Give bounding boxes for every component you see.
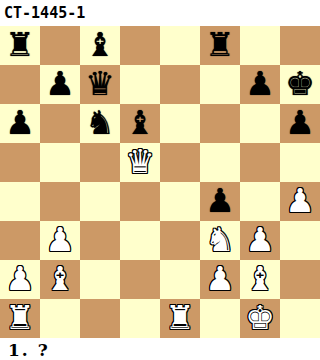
piece-white-pawn: ♟: [40, 221, 80, 260]
piece-white-pawn: ♟: [240, 221, 280, 260]
square-c8[interactable]: ♝: [80, 26, 120, 65]
piece-white-bishop: ♝: [40, 260, 80, 299]
square-h5[interactable]: [280, 143, 320, 182]
square-d1[interactable]: [120, 299, 160, 338]
square-b7[interactable]: ♟: [40, 65, 80, 104]
piece-black-queen: ♛: [80, 65, 120, 104]
square-g8[interactable]: [240, 26, 280, 65]
square-h7[interactable]: ♚: [280, 65, 320, 104]
square-b6[interactable]: [40, 104, 80, 143]
square-g1[interactable]: ♚: [240, 299, 280, 338]
square-h1[interactable]: [280, 299, 320, 338]
square-a1[interactable]: ♜: [0, 299, 40, 338]
square-e4[interactable]: [160, 182, 200, 221]
square-d4[interactable]: [120, 182, 160, 221]
piece-white-rook: ♜: [160, 299, 200, 338]
piece-white-knight: ♞: [200, 221, 240, 260]
square-g6[interactable]: [240, 104, 280, 143]
chess-board: ♜♝♜♟♛♟♚♟♞♝♟♛♟♟♟♞♟♟♝♟♝♜♜♚: [0, 26, 320, 338]
square-g5[interactable]: [240, 143, 280, 182]
square-d5[interactable]: ♛: [120, 143, 160, 182]
square-f3[interactable]: ♞: [200, 221, 240, 260]
square-g4[interactable]: [240, 182, 280, 221]
move-prompt: 1. ?: [0, 338, 320, 360]
square-h8[interactable]: [280, 26, 320, 65]
square-f4[interactable]: ♟: [200, 182, 240, 221]
puzzle-id-title: CT-1445-1: [0, 0, 320, 26]
square-f1[interactable]: [200, 299, 240, 338]
square-e2[interactable]: [160, 260, 200, 299]
square-b3[interactable]: ♟: [40, 221, 80, 260]
square-d2[interactable]: [120, 260, 160, 299]
square-c2[interactable]: [80, 260, 120, 299]
piece-white-pawn: ♟: [200, 260, 240, 299]
piece-white-pawn: ♟: [280, 182, 320, 221]
square-h3[interactable]: [280, 221, 320, 260]
square-g2[interactable]: ♝: [240, 260, 280, 299]
square-a3[interactable]: [0, 221, 40, 260]
piece-black-rook: ♜: [200, 26, 240, 65]
piece-black-king: ♚: [280, 65, 320, 104]
square-d3[interactable]: [120, 221, 160, 260]
piece-black-pawn: ♟: [40, 65, 80, 104]
piece-white-rook: ♜: [0, 299, 40, 338]
square-c6[interactable]: ♞: [80, 104, 120, 143]
square-f8[interactable]: ♜: [200, 26, 240, 65]
piece-black-rook: ♜: [0, 26, 40, 65]
square-f7[interactable]: [200, 65, 240, 104]
square-a2[interactable]: ♟: [0, 260, 40, 299]
square-c3[interactable]: [80, 221, 120, 260]
chess-puzzle-window: CT-1445-1 ♜♝♜♟♛♟♚♟♞♝♟♛♟♟♟♞♟♟♝♟♝♜♜♚ 1. ?: [0, 0, 320, 360]
square-g7[interactable]: ♟: [240, 65, 280, 104]
square-h4[interactable]: ♟: [280, 182, 320, 221]
square-a8[interactable]: ♜: [0, 26, 40, 65]
piece-white-bishop: ♝: [240, 260, 280, 299]
piece-black-knight: ♞: [80, 104, 120, 143]
square-f5[interactable]: [200, 143, 240, 182]
square-c1[interactable]: [80, 299, 120, 338]
square-b2[interactable]: ♝: [40, 260, 80, 299]
square-e3[interactable]: [160, 221, 200, 260]
piece-white-queen: ♛: [120, 143, 160, 182]
square-f2[interactable]: ♟: [200, 260, 240, 299]
piece-black-bishop: ♝: [120, 104, 160, 143]
square-e6[interactable]: [160, 104, 200, 143]
piece-black-pawn: ♟: [200, 182, 240, 221]
piece-black-pawn: ♟: [0, 104, 40, 143]
square-e7[interactable]: [160, 65, 200, 104]
square-a4[interactable]: [0, 182, 40, 221]
square-e5[interactable]: [160, 143, 200, 182]
square-d7[interactable]: [120, 65, 160, 104]
square-f6[interactable]: [200, 104, 240, 143]
square-e1[interactable]: ♜: [160, 299, 200, 338]
piece-black-pawn: ♟: [280, 104, 320, 143]
square-b1[interactable]: [40, 299, 80, 338]
piece-black-bishop: ♝: [80, 26, 120, 65]
square-b5[interactable]: [40, 143, 80, 182]
square-d6[interactable]: ♝: [120, 104, 160, 143]
square-c5[interactable]: [80, 143, 120, 182]
square-c4[interactable]: [80, 182, 120, 221]
square-a7[interactable]: [0, 65, 40, 104]
square-b4[interactable]: [40, 182, 80, 221]
square-h2[interactable]: [280, 260, 320, 299]
square-b8[interactable]: [40, 26, 80, 65]
square-h6[interactable]: ♟: [280, 104, 320, 143]
square-d8[interactable]: [120, 26, 160, 65]
piece-white-king: ♚: [240, 299, 280, 338]
piece-black-pawn: ♟: [240, 65, 280, 104]
piece-white-pawn: ♟: [0, 260, 40, 299]
square-c7[interactable]: ♛: [80, 65, 120, 104]
square-e8[interactable]: [160, 26, 200, 65]
square-a5[interactable]: [0, 143, 40, 182]
square-a6[interactable]: ♟: [0, 104, 40, 143]
square-g3[interactable]: ♟: [240, 221, 280, 260]
